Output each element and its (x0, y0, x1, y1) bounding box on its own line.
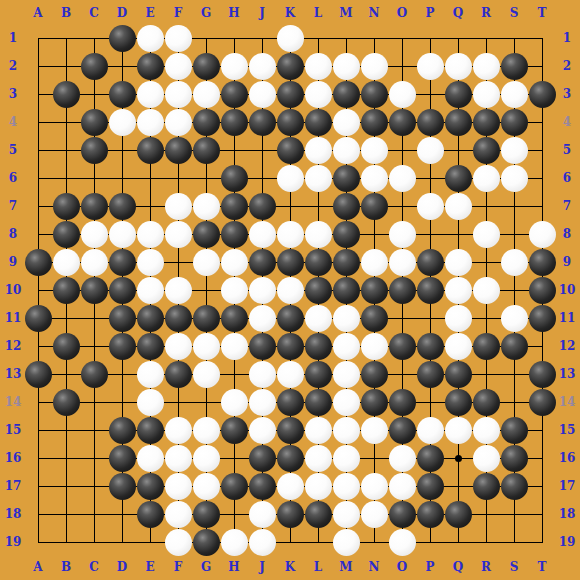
black-stone (305, 109, 332, 136)
black-stone (529, 305, 556, 332)
row-label-right: 14 (557, 395, 577, 409)
white-stone (473, 221, 500, 248)
column-label-top: C (84, 6, 104, 20)
black-stone (137, 137, 164, 164)
black-stone (305, 249, 332, 276)
black-stone (137, 305, 164, 332)
white-stone (305, 221, 332, 248)
row-label-right: 8 (557, 227, 577, 241)
black-stone (277, 81, 304, 108)
white-stone (333, 333, 360, 360)
row-label-right: 12 (557, 339, 577, 353)
black-stone (193, 529, 220, 556)
white-stone (165, 529, 192, 556)
white-stone (445, 249, 472, 276)
black-stone (277, 501, 304, 528)
white-stone (305, 417, 332, 444)
black-stone (305, 333, 332, 360)
white-stone (277, 221, 304, 248)
black-stone (473, 109, 500, 136)
white-stone (221, 277, 248, 304)
white-stone (193, 361, 220, 388)
black-stone (417, 501, 444, 528)
white-stone (333, 389, 360, 416)
black-stone (305, 277, 332, 304)
row-label-left: 11 (3, 311, 23, 325)
black-stone (389, 109, 416, 136)
white-stone (305, 81, 332, 108)
black-stone (193, 137, 220, 164)
column-label-bottom: L (308, 560, 328, 574)
row-label-right: 10 (557, 283, 577, 297)
white-stone (137, 445, 164, 472)
black-stone (221, 109, 248, 136)
column-label-top: Q (448, 6, 468, 20)
white-stone (165, 53, 192, 80)
row-label-left: 12 (3, 339, 23, 353)
black-stone (81, 193, 108, 220)
column-label-bottom: P (420, 560, 440, 574)
white-stone (249, 361, 276, 388)
white-stone (137, 361, 164, 388)
white-stone (361, 53, 388, 80)
black-stone (361, 277, 388, 304)
white-stone (389, 165, 416, 192)
row-label-left: 18 (3, 507, 23, 521)
black-stone (109, 25, 136, 52)
black-stone (361, 193, 388, 220)
white-stone (445, 193, 472, 220)
black-stone (305, 389, 332, 416)
black-stone (53, 193, 80, 220)
white-stone (109, 109, 136, 136)
black-stone (109, 333, 136, 360)
row-label-left: 9 (3, 255, 23, 269)
white-stone (193, 417, 220, 444)
white-stone (389, 445, 416, 472)
white-stone (277, 361, 304, 388)
black-stone (501, 417, 528, 444)
column-label-bottom: H (224, 560, 244, 574)
black-stone (501, 109, 528, 136)
white-stone (109, 221, 136, 248)
black-stone (445, 109, 472, 136)
black-stone (333, 221, 360, 248)
column-label-bottom: E (140, 560, 160, 574)
row-label-right: 19 (557, 535, 577, 549)
white-stone (249, 221, 276, 248)
white-stone (193, 81, 220, 108)
white-stone (445, 305, 472, 332)
column-label-top: E (140, 6, 160, 20)
white-stone (333, 445, 360, 472)
white-stone (221, 389, 248, 416)
black-stone (389, 501, 416, 528)
white-stone (221, 249, 248, 276)
black-stone (109, 193, 136, 220)
column-label-bottom: J (252, 560, 272, 574)
row-label-left: 3 (3, 87, 23, 101)
column-label-top: L (308, 6, 328, 20)
white-stone (277, 25, 304, 52)
black-stone (277, 389, 304, 416)
black-stone (417, 277, 444, 304)
row-label-left: 1 (3, 31, 23, 45)
row-label-right: 11 (557, 311, 577, 325)
black-stone (501, 333, 528, 360)
black-stone (221, 165, 248, 192)
white-stone (277, 473, 304, 500)
black-stone (529, 277, 556, 304)
black-stone (277, 305, 304, 332)
white-stone (389, 221, 416, 248)
black-stone (389, 389, 416, 416)
white-stone (501, 137, 528, 164)
white-stone (473, 445, 500, 472)
black-stone (277, 249, 304, 276)
row-label-right: 6 (557, 171, 577, 185)
black-stone (109, 305, 136, 332)
column-label-bottom: M (336, 560, 356, 574)
row-label-left: 8 (3, 227, 23, 241)
row-label-left: 19 (3, 535, 23, 549)
white-stone (277, 277, 304, 304)
black-stone (109, 249, 136, 276)
black-stone (417, 445, 444, 472)
black-stone (361, 305, 388, 332)
black-stone (221, 193, 248, 220)
row-label-left: 16 (3, 451, 23, 465)
column-label-bottom: O (392, 560, 412, 574)
row-label-right: 16 (557, 451, 577, 465)
black-stone (389, 333, 416, 360)
black-stone (221, 221, 248, 248)
black-stone (249, 445, 276, 472)
white-stone (333, 473, 360, 500)
column-label-top: F (168, 6, 188, 20)
white-stone (305, 137, 332, 164)
row-label-right: 5 (557, 143, 577, 157)
white-stone (305, 473, 332, 500)
black-stone (221, 417, 248, 444)
black-stone (529, 361, 556, 388)
black-stone (25, 249, 52, 276)
white-stone (473, 81, 500, 108)
row-label-right: 18 (557, 507, 577, 521)
white-stone (137, 389, 164, 416)
white-stone (333, 109, 360, 136)
white-stone (445, 277, 472, 304)
star-point (455, 455, 462, 462)
black-stone (137, 333, 164, 360)
black-stone (137, 473, 164, 500)
white-stone (249, 53, 276, 80)
black-stone (473, 389, 500, 416)
black-stone (333, 165, 360, 192)
column-label-top: A (28, 6, 48, 20)
black-stone (53, 277, 80, 304)
black-stone (277, 333, 304, 360)
column-label-top: S (504, 6, 524, 20)
black-stone (137, 53, 164, 80)
column-label-top: K (280, 6, 300, 20)
white-stone (361, 417, 388, 444)
white-stone (389, 473, 416, 500)
white-stone (249, 529, 276, 556)
white-stone (81, 249, 108, 276)
column-label-bottom: F (168, 560, 188, 574)
white-stone (165, 81, 192, 108)
black-stone (333, 193, 360, 220)
white-stone (193, 249, 220, 276)
white-stone (333, 361, 360, 388)
black-stone (221, 81, 248, 108)
black-stone (193, 221, 220, 248)
white-stone (193, 333, 220, 360)
white-stone (165, 25, 192, 52)
white-stone (165, 333, 192, 360)
white-stone (249, 81, 276, 108)
row-label-right: 13 (557, 367, 577, 381)
black-stone (81, 277, 108, 304)
black-stone (389, 417, 416, 444)
white-stone (165, 417, 192, 444)
white-stone (165, 277, 192, 304)
white-stone (501, 305, 528, 332)
white-stone (361, 165, 388, 192)
white-stone (333, 53, 360, 80)
black-stone (473, 473, 500, 500)
white-stone (389, 529, 416, 556)
column-label-top: P (420, 6, 440, 20)
white-stone (137, 25, 164, 52)
row-label-left: 7 (3, 199, 23, 213)
row-label-right: 4 (557, 115, 577, 129)
white-stone (221, 529, 248, 556)
black-stone (25, 305, 52, 332)
white-stone (277, 165, 304, 192)
black-stone (445, 361, 472, 388)
white-stone (165, 193, 192, 220)
white-stone (137, 249, 164, 276)
white-stone (249, 389, 276, 416)
black-stone (445, 501, 472, 528)
column-label-bottom: G (196, 560, 216, 574)
white-stone (249, 417, 276, 444)
black-stone (277, 109, 304, 136)
column-label-top: J (252, 6, 272, 20)
black-stone (277, 445, 304, 472)
black-stone (277, 417, 304, 444)
black-stone (249, 333, 276, 360)
white-stone (165, 501, 192, 528)
black-stone (109, 417, 136, 444)
black-stone (417, 249, 444, 276)
black-stone (305, 361, 332, 388)
row-label-right: 15 (557, 423, 577, 437)
column-label-bottom: T (532, 560, 552, 574)
black-stone (25, 361, 52, 388)
black-stone (417, 473, 444, 500)
black-stone (501, 473, 528, 500)
black-stone (249, 193, 276, 220)
black-stone (165, 361, 192, 388)
black-stone (193, 501, 220, 528)
column-label-top: H (224, 6, 244, 20)
column-label-top: B (56, 6, 76, 20)
white-stone (221, 53, 248, 80)
row-label-left: 2 (3, 59, 23, 73)
column-label-top: R (476, 6, 496, 20)
black-stone (193, 305, 220, 332)
column-label-bottom: Q (448, 560, 468, 574)
black-stone (417, 333, 444, 360)
white-stone (193, 473, 220, 500)
column-label-top: G (196, 6, 216, 20)
black-stone (473, 137, 500, 164)
black-stone (137, 501, 164, 528)
black-stone (81, 53, 108, 80)
white-stone (333, 501, 360, 528)
white-stone (193, 445, 220, 472)
black-stone (53, 333, 80, 360)
row-label-right: 1 (557, 31, 577, 45)
black-stone (81, 109, 108, 136)
column-label-top: M (336, 6, 356, 20)
black-stone (81, 361, 108, 388)
black-stone (81, 137, 108, 164)
white-stone (249, 305, 276, 332)
white-stone (305, 305, 332, 332)
white-stone (137, 81, 164, 108)
white-stone (445, 53, 472, 80)
white-stone (473, 165, 500, 192)
black-stone (445, 165, 472, 192)
column-label-bottom: S (504, 560, 524, 574)
row-label-right: 9 (557, 255, 577, 269)
black-stone (109, 473, 136, 500)
column-label-bottom: C (84, 560, 104, 574)
white-stone (417, 137, 444, 164)
go-board[interactable]: AABBCCDDEEFFGGHHJJKKLLMMNNOOPPQQRRSSTT11… (0, 0, 580, 580)
white-stone (361, 137, 388, 164)
black-stone (445, 81, 472, 108)
column-label-top: T (532, 6, 552, 20)
black-stone (109, 277, 136, 304)
column-label-bottom: K (280, 560, 300, 574)
white-stone (333, 529, 360, 556)
column-label-top: D (112, 6, 132, 20)
white-stone (137, 277, 164, 304)
black-stone (193, 53, 220, 80)
white-stone (501, 249, 528, 276)
black-stone (277, 53, 304, 80)
white-stone (165, 221, 192, 248)
black-stone (361, 361, 388, 388)
row-label-left: 6 (3, 171, 23, 185)
black-stone (529, 81, 556, 108)
white-stone (417, 417, 444, 444)
white-stone (417, 193, 444, 220)
white-stone (473, 53, 500, 80)
column-label-bottom: N (364, 560, 384, 574)
black-stone (193, 109, 220, 136)
white-stone (417, 53, 444, 80)
black-stone (165, 137, 192, 164)
row-label-left: 17 (3, 479, 23, 493)
white-stone (165, 445, 192, 472)
black-stone (333, 277, 360, 304)
black-stone (165, 305, 192, 332)
black-stone (333, 249, 360, 276)
black-stone (221, 305, 248, 332)
white-stone (361, 333, 388, 360)
black-stone (249, 249, 276, 276)
black-stone (305, 501, 332, 528)
white-stone (333, 417, 360, 444)
white-stone (53, 249, 80, 276)
black-stone (445, 389, 472, 416)
black-stone (361, 389, 388, 416)
white-stone (473, 417, 500, 444)
row-label-left: 15 (3, 423, 23, 437)
black-stone (529, 389, 556, 416)
black-stone (529, 249, 556, 276)
black-stone (361, 109, 388, 136)
column-label-bottom: D (112, 560, 132, 574)
white-stone (361, 501, 388, 528)
black-stone (53, 221, 80, 248)
black-stone (249, 109, 276, 136)
white-stone (333, 137, 360, 164)
white-stone (389, 81, 416, 108)
column-label-bottom: A (28, 560, 48, 574)
black-stone (417, 361, 444, 388)
row-label-left: 13 (3, 367, 23, 381)
black-stone (109, 445, 136, 472)
black-stone (501, 445, 528, 472)
black-stone (473, 333, 500, 360)
white-stone (305, 165, 332, 192)
white-stone (305, 53, 332, 80)
black-stone (361, 81, 388, 108)
black-stone (277, 137, 304, 164)
white-stone (501, 165, 528, 192)
white-stone (473, 277, 500, 304)
white-stone (137, 221, 164, 248)
white-stone (249, 501, 276, 528)
row-label-right: 7 (557, 199, 577, 213)
column-label-top: O (392, 6, 412, 20)
column-label-bottom: R (476, 560, 496, 574)
column-label-top: N (364, 6, 384, 20)
white-stone (445, 417, 472, 444)
row-label-left: 14 (3, 395, 23, 409)
white-stone (81, 221, 108, 248)
column-label-bottom: B (56, 560, 76, 574)
black-stone (249, 473, 276, 500)
white-stone (529, 221, 556, 248)
white-stone (361, 473, 388, 500)
black-stone (53, 389, 80, 416)
black-stone (417, 109, 444, 136)
row-label-right: 3 (557, 87, 577, 101)
white-stone (137, 109, 164, 136)
white-stone (305, 445, 332, 472)
row-label-left: 5 (3, 143, 23, 157)
black-stone (53, 81, 80, 108)
white-stone (333, 305, 360, 332)
